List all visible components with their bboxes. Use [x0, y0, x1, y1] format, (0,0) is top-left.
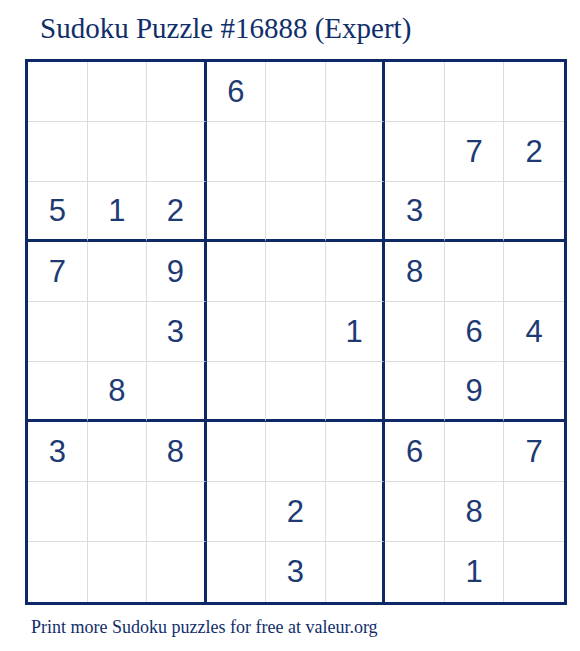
cell-r5c5[interactable]	[266, 302, 326, 362]
cell-r2c5[interactable]	[266, 122, 326, 182]
cell-r4c9[interactable]	[504, 242, 564, 302]
cell-r3c5[interactable]	[266, 182, 326, 242]
cell-r2c1[interactable]	[28, 122, 88, 182]
cell-r9c9[interactable]	[504, 542, 564, 602]
cell-r4c7[interactable]: 8	[385, 242, 445, 302]
cell-r7c3[interactable]: 8	[147, 422, 207, 482]
cell-r6c8[interactable]: 9	[445, 362, 505, 422]
cell-r7c4[interactable]	[207, 422, 267, 482]
cell-r7c1[interactable]: 3	[28, 422, 88, 482]
cell-r3c6[interactable]	[326, 182, 386, 242]
cell-r4c3[interactable]: 9	[147, 242, 207, 302]
cell-r6c5[interactable]	[266, 362, 326, 422]
cell-r1c7[interactable]	[385, 62, 445, 122]
cell-r5c6[interactable]: 1	[326, 302, 386, 362]
cell-r9c6[interactable]	[326, 542, 386, 602]
cell-r2c3[interactable]	[147, 122, 207, 182]
cell-r5c8[interactable]: 6	[445, 302, 505, 362]
cell-r1c8[interactable]	[445, 62, 505, 122]
cell-r9c3[interactable]	[147, 542, 207, 602]
cell-r6c3[interactable]	[147, 362, 207, 422]
cell-r7c9[interactable]: 7	[504, 422, 564, 482]
cell-r9c4[interactable]	[207, 542, 267, 602]
cell-r2c2[interactable]	[88, 122, 148, 182]
cell-r1c1[interactable]	[28, 62, 88, 122]
cell-r2c8[interactable]: 7	[445, 122, 505, 182]
cell-r2c4[interactable]	[207, 122, 267, 182]
cell-r9c7[interactable]	[385, 542, 445, 602]
cell-r8c3[interactable]	[147, 482, 207, 542]
cell-r4c1[interactable]: 7	[28, 242, 88, 302]
sudoku-page: Sudoku Puzzle #16888 (Expert) 6725123798…	[0, 0, 580, 651]
cell-r3c7[interactable]: 3	[385, 182, 445, 242]
cell-r1c9[interactable]	[504, 62, 564, 122]
cell-r1c3[interactable]	[147, 62, 207, 122]
cell-r5c4[interactable]	[207, 302, 267, 362]
cell-r6c7[interactable]	[385, 362, 445, 422]
cell-r8c4[interactable]	[207, 482, 267, 542]
cell-r8c5[interactable]: 2	[266, 482, 326, 542]
cell-r9c1[interactable]	[28, 542, 88, 602]
cell-r1c4[interactable]: 6	[207, 62, 267, 122]
cell-r3c4[interactable]	[207, 182, 267, 242]
cell-r8c9[interactable]	[504, 482, 564, 542]
cell-r7c2[interactable]	[88, 422, 148, 482]
cell-r5c3[interactable]: 3	[147, 302, 207, 362]
cell-r2c9[interactable]: 2	[504, 122, 564, 182]
cell-r7c7[interactable]: 6	[385, 422, 445, 482]
cell-r9c5[interactable]: 3	[266, 542, 326, 602]
cell-r6c9[interactable]	[504, 362, 564, 422]
cell-r7c5[interactable]	[266, 422, 326, 482]
cell-r4c6[interactable]	[326, 242, 386, 302]
cell-r2c7[interactable]	[385, 122, 445, 182]
cell-r6c2[interactable]: 8	[88, 362, 148, 422]
cell-r3c9[interactable]	[504, 182, 564, 242]
sudoku-grid: 672512379831648938672831	[25, 59, 567, 605]
cell-r8c6[interactable]	[326, 482, 386, 542]
cell-r8c7[interactable]	[385, 482, 445, 542]
cell-r9c2[interactable]	[88, 542, 148, 602]
cell-r5c9[interactable]: 4	[504, 302, 564, 362]
cell-r4c8[interactable]	[445, 242, 505, 302]
cell-r6c6[interactable]	[326, 362, 386, 422]
cell-r4c2[interactable]	[88, 242, 148, 302]
cell-r4c5[interactable]	[266, 242, 326, 302]
cell-r4c4[interactable]	[207, 242, 267, 302]
cell-r7c6[interactable]	[326, 422, 386, 482]
cell-r2c6[interactable]	[326, 122, 386, 182]
cell-r3c1[interactable]: 5	[28, 182, 88, 242]
cell-r5c1[interactable]	[28, 302, 88, 362]
cell-r8c1[interactable]	[28, 482, 88, 542]
footer-text: Print more Sudoku puzzles for free at va…	[31, 617, 378, 638]
page-title: Sudoku Puzzle #16888 (Expert)	[40, 12, 411, 45]
cell-r8c2[interactable]	[88, 482, 148, 542]
cell-r3c8[interactable]	[445, 182, 505, 242]
cell-r3c3[interactable]: 2	[147, 182, 207, 242]
cell-r6c1[interactable]	[28, 362, 88, 422]
cell-r1c5[interactable]	[266, 62, 326, 122]
cell-r5c7[interactable]	[385, 302, 445, 362]
cell-r1c6[interactable]	[326, 62, 386, 122]
cell-r9c8[interactable]: 1	[445, 542, 505, 602]
cell-r5c2[interactable]	[88, 302, 148, 362]
cell-r3c2[interactable]: 1	[88, 182, 148, 242]
cell-r7c8[interactable]	[445, 422, 505, 482]
cell-r8c8[interactable]: 8	[445, 482, 505, 542]
cell-r6c4[interactable]	[207, 362, 267, 422]
cell-r1c2[interactable]	[88, 62, 148, 122]
